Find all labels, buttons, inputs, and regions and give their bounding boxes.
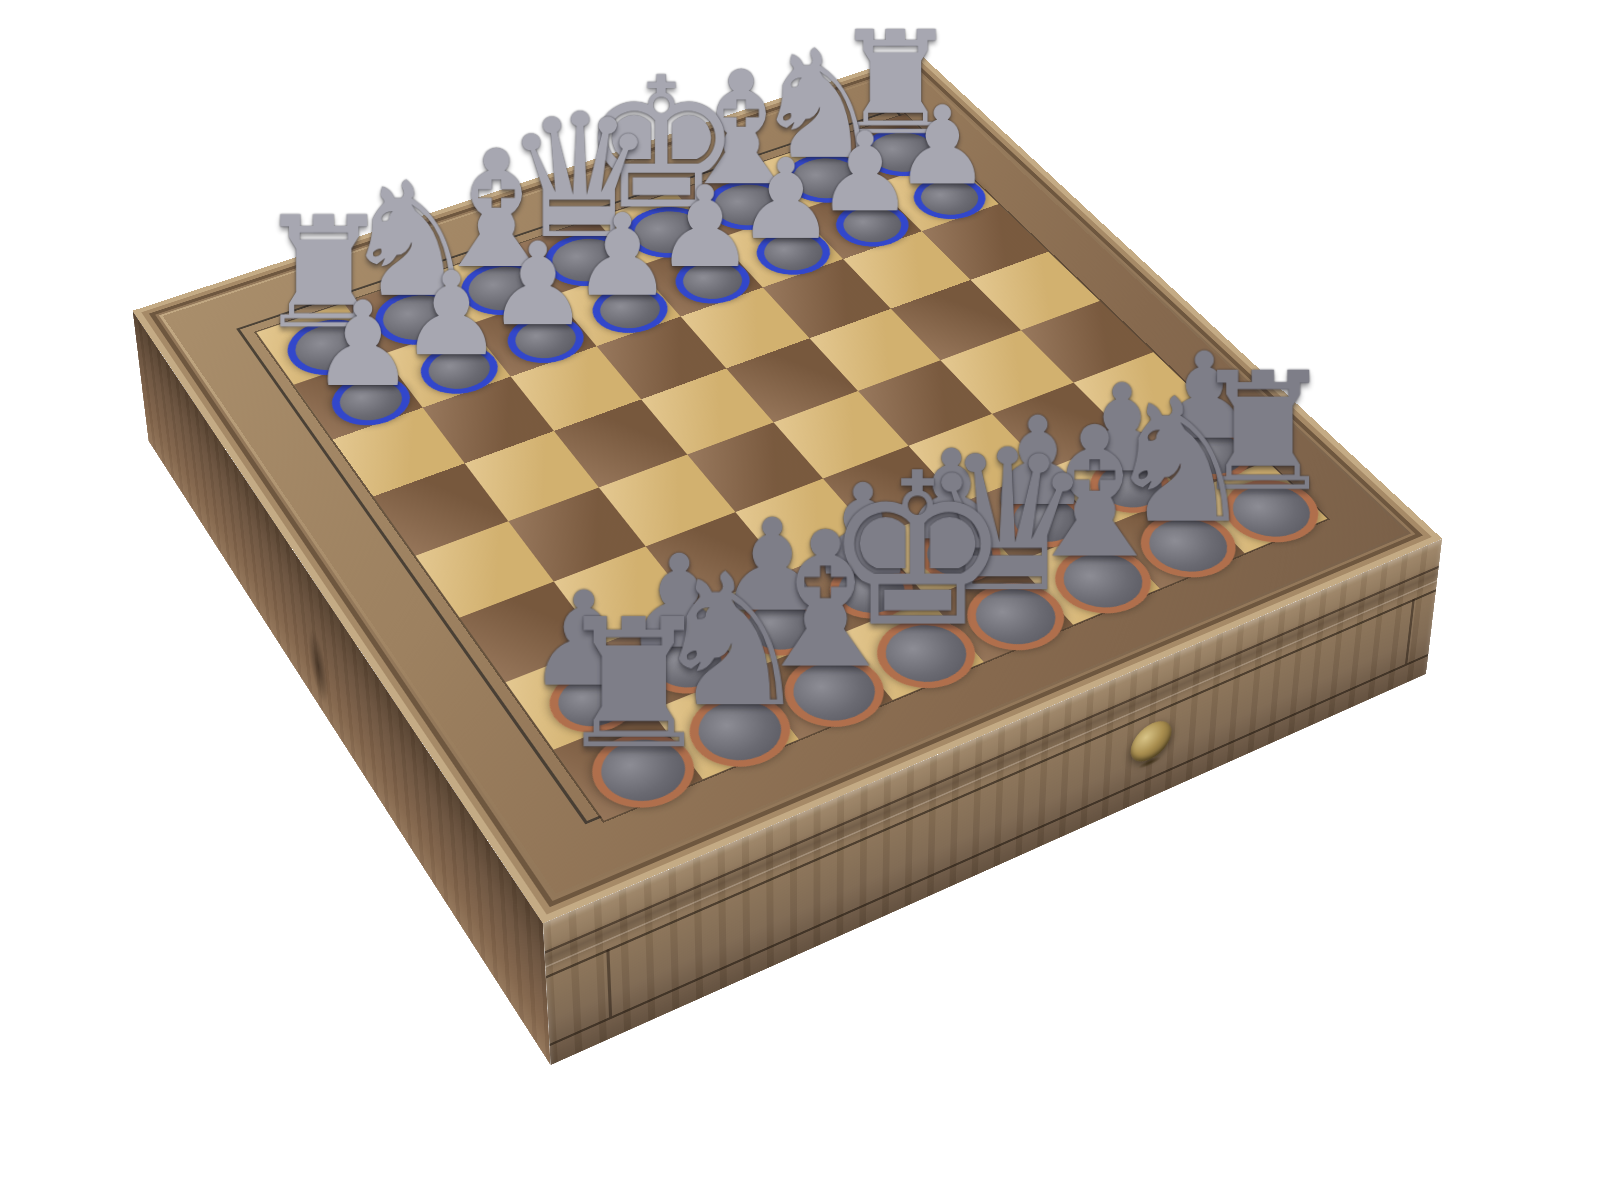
board-3d-wrapper: ♜♞♝♛♚♝♞♜♟♟♟♟♟♟♟♟♟♟♟♟♟♟♟♟♜♞♝♚♛♝♞♜ (133, 53, 1443, 923)
drawer-seam-right (1405, 598, 1415, 664)
drawer-knob[interactable] (1129, 714, 1172, 768)
drawer-seam-left (606, 949, 612, 1018)
walnut-border-apron: ♜♞♝♛♚♝♞♜♟♟♟♟♟♟♟♟♟♟♟♟♟♟♟♟♜♞♝♚♛♝♞♜ (163, 69, 1407, 894)
product-photo-scene: ♜♞♝♛♚♝♞♜♟♟♟♟♟♟♟♟♟♟♟♟♟♟♟♟♜♞♝♚♛♝♞♜ (0, 0, 1600, 1200)
walnut-case-top: ♜♞♝♛♚♝♞♜♟♟♟♟♟♟♟♟♟♟♟♟♟♟♟♟♜♞♝♚♛♝♞♜ (133, 53, 1443, 923)
chess-set: ♜♞♝♛♚♝♞♜♟♟♟♟♟♟♟♟♟♟♟♟♟♟♟♟♜♞♝♚♛♝♞♜ (280, 0, 1240, 900)
case-handle-notch (305, 617, 331, 716)
board-square[interactable]: ♟ (294, 354, 423, 439)
